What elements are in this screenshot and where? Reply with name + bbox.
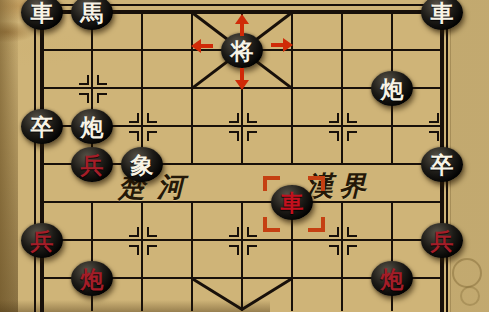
- palace-diagonal: [191, 277, 243, 311]
- file-line-a: [40, 10, 44, 312]
- piece-black[interactable]: 炮: [71, 109, 113, 144]
- selection-bracket: [308, 217, 325, 232]
- selection-bracket: [263, 217, 280, 232]
- point-marker: [79, 75, 89, 85]
- piece-black[interactable]: 象: [121, 147, 163, 182]
- point-marker: [229, 245, 239, 255]
- piece-character: 卒: [31, 109, 54, 144]
- piece-character: 馬: [81, 0, 104, 30]
- point-marker: [347, 227, 357, 237]
- point-marker: [247, 245, 257, 255]
- point-marker: [347, 113, 357, 123]
- piece-black[interactable]: 車: [421, 0, 463, 30]
- piece-black[interactable]: 車: [21, 0, 63, 30]
- point-marker: [147, 113, 157, 123]
- xiangqi-board[interactable]: 楚河 漢界 車馬車将炮卒炮兵象卒車兵兵炮炮: [0, 0, 489, 312]
- point-marker: [429, 113, 439, 123]
- piece-character: 炮: [81, 109, 104, 144]
- point-marker: [347, 131, 357, 141]
- point-marker: [129, 245, 139, 255]
- piece-red-selected[interactable]: 車: [271, 185, 313, 220]
- point-marker: [229, 113, 239, 123]
- piece-black[interactable]: 卒: [421, 147, 463, 182]
- file-line: [141, 11, 143, 165]
- point-marker: [229, 227, 239, 237]
- piece-character: 炮: [81, 261, 104, 296]
- point-marker: [97, 75, 107, 85]
- board-left-edge-shading: [0, 0, 18, 312]
- point-marker: [429, 131, 439, 141]
- point-marker: [79, 93, 89, 103]
- point-marker: [329, 245, 339, 255]
- piece-character: 兵: [431, 223, 454, 258]
- piece-red[interactable]: 兵: [71, 147, 113, 182]
- piece-red[interactable]: 炮: [71, 261, 113, 296]
- piece-black[interactable]: 馬: [71, 0, 113, 30]
- point-marker: [329, 227, 339, 237]
- point-marker: [347, 245, 357, 255]
- point-marker: [129, 227, 139, 237]
- piece-character: 車: [281, 185, 304, 220]
- piece-red[interactable]: 炮: [371, 261, 413, 296]
- piece-character: 兵: [81, 147, 104, 182]
- piece-character: 卒: [431, 147, 454, 182]
- point-marker: [147, 131, 157, 141]
- piece-character: 将: [231, 33, 254, 68]
- point-marker: [147, 227, 157, 237]
- piece-character: 車: [431, 0, 454, 30]
- point-marker: [229, 131, 239, 141]
- point-marker: [129, 131, 139, 141]
- piece-character: 炮: [381, 71, 404, 106]
- stain-ring: [460, 286, 480, 306]
- point-marker: [247, 227, 257, 237]
- piece-character: 象: [131, 147, 154, 182]
- piece-character: 兵: [31, 223, 54, 258]
- point-marker: [247, 113, 257, 123]
- palace-diagonal: [241, 277, 293, 311]
- file-line: [141, 201, 143, 311]
- piece-black[interactable]: 炮: [371, 71, 413, 106]
- point-marker: [247, 131, 257, 141]
- piece-red[interactable]: 兵: [421, 223, 463, 258]
- file-line: [341, 11, 343, 165]
- file-line: [191, 201, 193, 311]
- file-line: [341, 201, 343, 311]
- stain-ring: [452, 258, 482, 288]
- piece-red[interactable]: 兵: [21, 223, 63, 258]
- point-marker: [147, 245, 157, 255]
- piece-black[interactable]: 将: [221, 33, 263, 68]
- point-marker: [129, 113, 139, 123]
- piece-character: 車: [31, 0, 54, 30]
- point-marker: [97, 93, 107, 103]
- river-label-han: 漢界: [306, 168, 372, 204]
- point-marker: [329, 113, 339, 123]
- point-marker: [329, 131, 339, 141]
- piece-character: 炮: [381, 261, 404, 296]
- file-line: [241, 201, 243, 311]
- piece-black[interactable]: 卒: [21, 109, 63, 144]
- frame-line: [34, 4, 36, 312]
